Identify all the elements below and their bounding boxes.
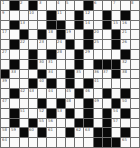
cell[interactable]: 16 [121, 21, 129, 30]
block-cell [10, 60, 18, 69]
cell[interactable] [47, 40, 55, 49]
clue-number: 27 [2, 50, 7, 54]
cell[interactable] [38, 11, 46, 20]
cell[interactable] [121, 119, 129, 128]
clue-number: 43 [29, 89, 34, 93]
cell[interactable]: 23 [38, 40, 46, 49]
cell[interactable] [94, 50, 102, 59]
cell[interactable]: 57 [112, 119, 120, 128]
block-cell [94, 128, 102, 137]
cell[interactable]: 39 [1, 79, 9, 88]
cell[interactable] [75, 99, 83, 108]
cell[interactable] [75, 109, 83, 118]
block-cell [121, 89, 129, 98]
block-cell [103, 119, 111, 128]
cell[interactable]: 49 [94, 99, 102, 108]
clue-number: 34 [48, 70, 53, 74]
clue-number: 36 [94, 70, 99, 74]
cell[interactable]: 64 [1, 138, 9, 147]
clue-number: 15 [113, 21, 118, 25]
cell[interactable] [131, 89, 139, 98]
cell[interactable]: 32 [121, 60, 129, 69]
cell[interactable]: 12 [84, 11, 92, 20]
cell[interactable]: 44 [47, 89, 55, 98]
block-cell [47, 50, 55, 59]
cell[interactable] [10, 30, 18, 39]
cell[interactable]: 36 [94, 70, 102, 79]
cell[interactable] [57, 128, 65, 137]
block-cell [20, 30, 28, 39]
block-cell [112, 30, 120, 39]
cell[interactable] [75, 79, 83, 88]
block-cell [121, 109, 129, 118]
cell[interactable] [131, 21, 139, 30]
block-cell [84, 40, 92, 49]
block-cell [10, 21, 18, 30]
cell[interactable] [94, 89, 102, 98]
cell[interactable]: 37 [103, 70, 111, 79]
cell[interactable]: 38 [121, 70, 129, 79]
block-cell [66, 79, 74, 88]
cell[interactable] [1, 89, 9, 98]
cell[interactable] [131, 79, 139, 88]
block-cell [84, 79, 92, 88]
block-cell [75, 11, 83, 20]
clue-number: 29 [85, 50, 90, 54]
cell[interactable]: 14 [84, 21, 92, 30]
cell[interactable]: 50 [121, 99, 129, 108]
clue-number: 39 [2, 79, 7, 83]
clue-number: 19 [66, 30, 71, 34]
cell[interactable] [112, 50, 120, 59]
cell[interactable]: 11 [57, 11, 65, 20]
clue-number: 33 [11, 70, 16, 74]
cell[interactable] [38, 89, 46, 98]
cell[interactable] [38, 50, 46, 59]
block-cell [38, 128, 46, 137]
cell[interactable] [103, 50, 111, 59]
clue-number: 45 [66, 89, 71, 93]
block-cell [47, 11, 55, 20]
cell[interactable]: 35 [75, 70, 83, 79]
cell[interactable] [131, 119, 139, 128]
cell[interactable] [20, 119, 28, 128]
cell[interactable]: 15 [112, 21, 120, 30]
clue-number: 49 [94, 99, 99, 103]
clue-number: 23 [39, 40, 44, 44]
cell[interactable]: 1 [1, 1, 9, 10]
block-cell [10, 119, 18, 128]
clue-number: 17 [2, 30, 7, 34]
cell[interactable]: 43 [29, 89, 37, 98]
cell[interactable] [29, 40, 37, 49]
cell[interactable] [29, 109, 37, 118]
clue-number: 14 [85, 21, 90, 25]
block-cell [10, 89, 18, 98]
block-cell [121, 50, 129, 59]
block-cell [103, 89, 111, 98]
cell[interactable] [10, 99, 18, 108]
cell[interactable]: 54 [112, 109, 120, 118]
block-cell [75, 89, 83, 98]
block-cell [38, 99, 46, 108]
clue-number: 47 [2, 99, 7, 103]
cell[interactable] [112, 11, 120, 20]
clue-number: 16 [122, 21, 127, 25]
clue-number: 54 [113, 109, 118, 113]
cell[interactable] [57, 119, 65, 128]
clue-number: 10 [29, 11, 34, 15]
cell[interactable] [29, 70, 37, 79]
clue-number: 8 [131, 1, 133, 5]
cell[interactable] [94, 21, 102, 30]
cell[interactable]: 25 [94, 40, 102, 49]
block-cell [84, 109, 92, 118]
block-cell [29, 50, 37, 59]
clue-number: 30 [39, 60, 44, 64]
clue-number: 1 [2, 1, 4, 5]
cell[interactable]: 9 [1, 11, 9, 20]
clue-number: 13 [20, 21, 25, 25]
clue-number: 7 [113, 1, 115, 5]
block-cell [29, 119, 37, 128]
block-cell [75, 21, 83, 30]
cell[interactable] [94, 109, 102, 118]
block-cell [94, 138, 102, 147]
block-cell [103, 11, 111, 20]
clue-number: 12 [85, 11, 90, 15]
cell[interactable]: 60 [29, 128, 37, 137]
clue-number: 64 [2, 138, 7, 142]
cell[interactable] [20, 99, 28, 108]
clue-number: 3 [39, 1, 41, 5]
cell[interactable] [121, 1, 129, 10]
clue-number: 61 [48, 128, 53, 132]
cell[interactable] [1, 119, 9, 128]
cell[interactable] [75, 1, 83, 10]
block-cell [121, 128, 129, 137]
cell[interactable] [131, 40, 139, 49]
block-cell [10, 109, 18, 118]
clue-number: 24 [57, 40, 62, 44]
cell[interactable] [84, 138, 92, 147]
cell[interactable] [29, 30, 37, 39]
crossword-board: 1234567891011121314151617181920212223242… [0, 0, 140, 148]
cell[interactable] [20, 138, 28, 147]
clue-number: 65 [122, 138, 127, 142]
cell[interactable]: 33 [10, 70, 18, 79]
cell[interactable] [75, 40, 83, 49]
clue-number: 59 [11, 128, 16, 132]
cell[interactable]: 4 [57, 1, 65, 10]
cell[interactable] [131, 70, 139, 79]
cell[interactable]: 10 [29, 11, 37, 20]
cell[interactable] [10, 50, 18, 59]
cell[interactable] [1, 21, 9, 30]
block-cell [112, 70, 120, 79]
cell[interactable]: 27 [1, 50, 9, 59]
cell[interactable]: 34 [47, 70, 55, 79]
cell[interactable]: 51 [20, 109, 28, 118]
cell[interactable] [66, 21, 74, 30]
cell[interactable] [20, 50, 28, 59]
block-cell [66, 70, 74, 79]
clue-number: 48 [66, 99, 71, 103]
cell[interactable] [131, 109, 139, 118]
cell[interactable] [131, 50, 139, 59]
clue-number: 6 [94, 1, 96, 5]
cell[interactable] [1, 109, 9, 118]
cell[interactable]: 3 [38, 1, 46, 10]
block-cell [103, 138, 111, 147]
cell[interactable] [103, 40, 111, 49]
cell[interactable] [112, 79, 120, 88]
block-cell [75, 50, 83, 59]
block-cell [10, 40, 18, 49]
block-cell [75, 119, 83, 128]
cell[interactable] [112, 89, 120, 98]
clue-number: 11 [57, 11, 62, 15]
block-cell [29, 79, 37, 88]
cell[interactable]: 65 [121, 138, 129, 147]
block-cell [84, 119, 92, 128]
clue-number: 38 [122, 70, 127, 74]
clue-number: 42 [20, 89, 25, 93]
block-cell [66, 40, 74, 49]
clue-number: 31 [48, 60, 53, 64]
clue-number: 63 [85, 128, 90, 132]
cell[interactable]: 40 [38, 79, 46, 88]
cell[interactable]: 48 [66, 99, 74, 108]
cell[interactable]: 29 [84, 50, 92, 59]
block-cell [103, 109, 111, 118]
cell[interactable]: 45 [66, 89, 74, 98]
cell[interactable]: 20 [94, 30, 102, 39]
cell[interactable] [38, 138, 46, 147]
cell[interactable]: 26 [121, 40, 129, 49]
clue-number: 20 [94, 30, 99, 34]
clue-number: 35 [76, 70, 81, 74]
cell[interactable] [20, 79, 28, 88]
block-cell [29, 1, 37, 10]
cell[interactable] [47, 1, 55, 10]
cell[interactable] [131, 99, 139, 108]
cell[interactable]: 47 [1, 99, 9, 108]
cell[interactable] [84, 70, 92, 79]
cell[interactable] [10, 79, 18, 88]
cell[interactable] [131, 60, 139, 69]
cell[interactable] [66, 11, 74, 20]
block-cell [94, 60, 102, 69]
block-cell [47, 21, 55, 30]
block-cell [57, 21, 65, 30]
cell[interactable]: 52 [38, 109, 46, 118]
cell[interactable]: 59 [10, 128, 18, 137]
cell[interactable]: 56 [47, 119, 55, 128]
clue-number: 46 [85, 89, 90, 93]
clue-number: 51 [20, 109, 25, 113]
clue-number: 32 [122, 60, 127, 64]
cell[interactable] [121, 79, 129, 88]
cell[interactable] [103, 1, 111, 10]
block-cell [29, 60, 37, 69]
clue-number: 50 [122, 99, 127, 103]
clue-number: 55 [39, 119, 44, 123]
block-cell [47, 109, 55, 118]
clue-number: 62 [76, 128, 81, 132]
block-cell [75, 60, 83, 69]
cell[interactable] [57, 79, 65, 88]
cell[interactable] [10, 11, 18, 20]
cell[interactable]: 31 [47, 60, 55, 69]
cell[interactable] [84, 60, 92, 69]
cell[interactable]: 6 [94, 1, 102, 10]
cell[interactable] [75, 30, 83, 39]
cell[interactable] [66, 50, 74, 59]
cell[interactable] [66, 119, 74, 128]
clue-number: 9 [2, 11, 4, 15]
cell[interactable]: 61 [47, 128, 55, 137]
cell[interactable] [29, 138, 37, 147]
clue-number: 18 [48, 30, 53, 34]
block-cell [103, 60, 111, 69]
cell[interactable] [29, 21, 37, 30]
clue-number: 2 [20, 1, 22, 5]
cell[interactable] [131, 30, 139, 39]
cell[interactable]: 22 [20, 40, 28, 49]
cell[interactable]: 42 [20, 89, 28, 98]
cell[interactable]: 2 [20, 1, 28, 10]
cell[interactable] [20, 60, 28, 69]
clue-number: 53 [57, 109, 62, 113]
cell[interactable] [131, 128, 139, 137]
cell[interactable] [1, 60, 9, 69]
clue-number: 58 [2, 128, 7, 132]
block-cell [84, 1, 92, 10]
cell[interactable]: 7 [112, 1, 120, 10]
block-cell [57, 30, 65, 39]
block-cell [103, 128, 111, 137]
block-cell [84, 99, 92, 108]
block-cell [47, 79, 55, 88]
cell[interactable]: 53 [57, 109, 65, 118]
cell[interactable]: 30 [38, 60, 46, 69]
cell[interactable] [47, 99, 55, 108]
clue-number: 25 [94, 40, 99, 44]
clue-number: 37 [103, 70, 108, 74]
clue-number: 22 [20, 40, 25, 44]
block-cell [84, 30, 92, 39]
cell[interactable] [131, 138, 139, 147]
block-cell [121, 11, 129, 20]
cell[interactable] [57, 89, 65, 98]
cell[interactable]: 58 [1, 128, 9, 137]
block-cell [112, 60, 120, 69]
cell[interactable] [1, 40, 9, 49]
cell[interactable] [20, 70, 28, 79]
cell[interactable] [47, 138, 55, 147]
block-cell [10, 1, 18, 10]
cell[interactable]: 46 [84, 89, 92, 98]
block-cell [112, 40, 120, 49]
cell[interactable]: 41 [94, 79, 102, 88]
cell[interactable]: 8 [131, 1, 139, 10]
cell[interactable] [66, 138, 74, 147]
cell[interactable] [103, 79, 111, 88]
cell[interactable]: 18 [47, 30, 55, 39]
clue-number: 57 [113, 119, 118, 123]
cell[interactable]: 63 [84, 128, 92, 137]
cell[interactable]: 21 [121, 30, 129, 39]
cell[interactable] [75, 138, 83, 147]
block-cell [57, 99, 65, 108]
cell[interactable] [94, 11, 102, 20]
clue-number: 5 [66, 1, 68, 5]
cell[interactable] [10, 138, 18, 147]
cell[interactable] [57, 138, 65, 147]
cell[interactable] [38, 21, 46, 30]
cell[interactable]: 62 [75, 128, 83, 137]
cell[interactable] [29, 99, 37, 108]
clue-number: 26 [122, 40, 127, 44]
clue-number: 60 [29, 128, 34, 132]
cell[interactable] [103, 99, 111, 108]
clue-number: 52 [39, 109, 44, 113]
block-cell [38, 30, 46, 39]
cell[interactable] [57, 70, 65, 79]
cell[interactable] [94, 119, 102, 128]
block-cell [66, 109, 74, 118]
block-cell [103, 21, 111, 30]
cell[interactable]: 13 [20, 21, 28, 30]
cell[interactable] [131, 11, 139, 20]
cell[interactable]: 19 [66, 30, 74, 39]
block-cell [38, 70, 46, 79]
clue-number: 40 [39, 79, 44, 83]
cell[interactable]: 5 [66, 1, 74, 10]
cell[interactable]: 24 [57, 40, 65, 49]
clue-number: 28 [57, 50, 62, 54]
block-cell [112, 138, 120, 147]
cell[interactable] [112, 128, 120, 137]
clue-number: 41 [94, 79, 99, 83]
cell[interactable] [57, 60, 65, 69]
block-cell [20, 128, 28, 137]
cell[interactable] [103, 30, 111, 39]
cell[interactable]: 55 [38, 119, 46, 128]
cell[interactable]: 28 [57, 50, 65, 59]
clue-number: 56 [48, 119, 53, 123]
clue-number: 4 [57, 1, 59, 5]
block-cell [1, 70, 9, 79]
clue-number: 44 [48, 89, 53, 93]
cell[interactable] [66, 60, 74, 69]
block-cell [66, 128, 74, 137]
block-cell [112, 99, 120, 108]
clue-number: 21 [122, 30, 127, 34]
cell[interactable] [20, 11, 28, 20]
cell[interactable]: 17 [1, 30, 9, 39]
